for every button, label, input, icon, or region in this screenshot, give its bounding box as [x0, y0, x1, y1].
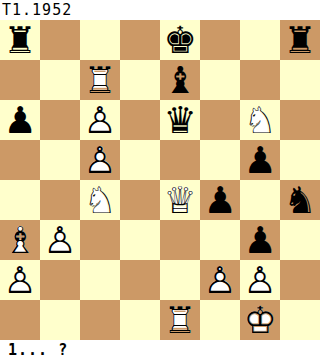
black-pawn: ♟ — [200, 180, 240, 220]
black-queen: ♛ — [160, 100, 200, 140]
square-d5[interactable] — [120, 140, 160, 180]
square-c2[interactable] — [80, 260, 120, 300]
square-b6[interactable] — [40, 100, 80, 140]
square-h8[interactable]: ♜ — [280, 20, 320, 60]
square-d2[interactable] — [120, 260, 160, 300]
square-d4[interactable] — [120, 180, 160, 220]
square-h1[interactable] — [280, 300, 320, 340]
white-pawn: ♟♙ — [240, 260, 280, 300]
black-pawn: ♟ — [240, 220, 280, 260]
square-g4[interactable] — [240, 180, 280, 220]
square-g8[interactable] — [240, 20, 280, 60]
square-a2[interactable]: ♟♙ — [0, 260, 40, 300]
square-h7[interactable] — [280, 60, 320, 100]
white-rook: ♜♖ — [160, 300, 200, 340]
square-h2[interactable] — [280, 260, 320, 300]
black-knight: ♞ — [280, 180, 320, 220]
square-b5[interactable] — [40, 140, 80, 180]
square-f1[interactable] — [200, 300, 240, 340]
square-c6[interactable]: ♟♙ — [80, 100, 120, 140]
square-d6[interactable] — [120, 100, 160, 140]
square-d1[interactable] — [120, 300, 160, 340]
square-e6[interactable]: ♛ — [160, 100, 200, 140]
square-a3[interactable]: ♝♗ — [0, 220, 40, 260]
square-f5[interactable] — [200, 140, 240, 180]
square-f3[interactable] — [200, 220, 240, 260]
square-c8[interactable] — [80, 20, 120, 60]
white-pawn: ♟♙ — [80, 100, 120, 140]
square-b1[interactable] — [40, 300, 80, 340]
white-pawn: ♟♙ — [80, 140, 120, 180]
white-knight: ♞♘ — [240, 100, 280, 140]
square-g5[interactable]: ♟ — [240, 140, 280, 180]
white-queen: ♛♕ — [160, 180, 200, 220]
square-d3[interactable] — [120, 220, 160, 260]
square-b7[interactable] — [40, 60, 80, 100]
chess-board: ♜♚♜♜♖♝♟♟♙♛♞♘♟♙♟♞♘♛♕♟♞♝♗♟♙♟♟♙♟♙♟♙♜♖♚♔ — [0, 20, 320, 340]
square-b2[interactable] — [40, 260, 80, 300]
square-g3[interactable]: ♟ — [240, 220, 280, 260]
square-f6[interactable] — [200, 100, 240, 140]
square-f8[interactable] — [200, 20, 240, 60]
black-rook: ♜ — [0, 20, 40, 60]
white-rook: ♜♖ — [80, 60, 120, 100]
square-d7[interactable] — [120, 60, 160, 100]
white-pawn: ♟♙ — [0, 260, 40, 300]
square-a1[interactable] — [0, 300, 40, 340]
square-e5[interactable] — [160, 140, 200, 180]
square-e7[interactable]: ♝ — [160, 60, 200, 100]
white-pawn: ♟♙ — [40, 220, 80, 260]
square-g7[interactable] — [240, 60, 280, 100]
white-king: ♚♔ — [240, 300, 280, 340]
square-c1[interactable] — [80, 300, 120, 340]
square-e4[interactable]: ♛♕ — [160, 180, 200, 220]
square-e8[interactable]: ♚ — [160, 20, 200, 60]
black-bishop: ♝ — [160, 60, 200, 100]
square-e1[interactable]: ♜♖ — [160, 300, 200, 340]
black-pawn: ♟ — [240, 140, 280, 180]
square-c7[interactable]: ♜♖ — [80, 60, 120, 100]
puzzle-footer: 1... ? — [0, 340, 320, 360]
move-prompt: 1... ? — [8, 341, 68, 359]
square-h4[interactable]: ♞ — [280, 180, 320, 220]
square-a4[interactable] — [0, 180, 40, 220]
square-d8[interactable] — [120, 20, 160, 60]
puzzle-title: T1.1952 — [2, 1, 72, 19]
white-bishop: ♝♗ — [0, 220, 40, 260]
square-f7[interactable] — [200, 60, 240, 100]
square-c4[interactable]: ♞♘ — [80, 180, 120, 220]
square-g2[interactable]: ♟♙ — [240, 260, 280, 300]
square-a7[interactable] — [0, 60, 40, 100]
square-e2[interactable] — [160, 260, 200, 300]
puzzle-header: T1.1952 — [0, 0, 320, 20]
square-g6[interactable]: ♞♘ — [240, 100, 280, 140]
square-f4[interactable]: ♟ — [200, 180, 240, 220]
square-a6[interactable]: ♟ — [0, 100, 40, 140]
white-knight: ♞♘ — [80, 180, 120, 220]
square-e3[interactable] — [160, 220, 200, 260]
square-f2[interactable]: ♟♙ — [200, 260, 240, 300]
square-h3[interactable] — [280, 220, 320, 260]
white-pawn: ♟♙ — [200, 260, 240, 300]
black-king: ♚ — [160, 20, 200, 60]
square-h5[interactable] — [280, 140, 320, 180]
square-b3[interactable]: ♟♙ — [40, 220, 80, 260]
square-b4[interactable] — [40, 180, 80, 220]
square-c3[interactable] — [80, 220, 120, 260]
square-h6[interactable] — [280, 100, 320, 140]
square-a5[interactable] — [0, 140, 40, 180]
square-g1[interactable]: ♚♔ — [240, 300, 280, 340]
square-c5[interactable]: ♟♙ — [80, 140, 120, 180]
black-pawn: ♟ — [0, 100, 40, 140]
black-rook: ♜ — [280, 20, 320, 60]
square-a8[interactable]: ♜ — [0, 20, 40, 60]
square-b8[interactable] — [40, 20, 80, 60]
